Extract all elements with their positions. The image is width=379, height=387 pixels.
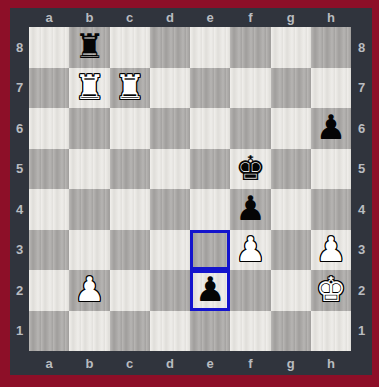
square-g8[interactable] (271, 27, 311, 68)
rank-label-6: 6 (10, 108, 29, 149)
square-g3[interactable] (271, 230, 311, 271)
file-label-f: f (230, 8, 270, 27)
square-a8[interactable] (29, 27, 69, 68)
file-label-c: c (110, 351, 150, 375)
square-h3[interactable]: ♟ (311, 230, 351, 271)
square-e2[interactable]: ♟ (190, 270, 230, 311)
rank-label-5: 5 (10, 149, 29, 190)
square-h6[interactable]: ♟ (311, 108, 351, 149)
black-pawn-e2[interactable]: ♟ (195, 272, 225, 306)
coord-corner (351, 351, 372, 375)
square-f8[interactable] (230, 27, 270, 68)
white-pawn-b2[interactable]: ♟ (74, 272, 104, 306)
rank-label-right-4: 4 (351, 189, 372, 230)
square-d3[interactable] (150, 230, 190, 271)
square-b3[interactable] (69, 230, 109, 271)
square-h4[interactable] (311, 189, 351, 230)
square-f7[interactable] (230, 68, 270, 109)
white-king-h2[interactable]: ♚ (316, 272, 346, 306)
square-g1[interactable] (271, 311, 311, 352)
rank-label-4: 4 (10, 189, 29, 230)
rank-label-right-7: 7 (351, 68, 372, 109)
square-e8[interactable] (190, 27, 230, 68)
square-d1[interactable] (150, 311, 190, 352)
square-h7[interactable] (311, 68, 351, 109)
file-label-f: f (230, 351, 270, 375)
white-rook-c7[interactable]: ♜ (114, 70, 144, 104)
file-label-g: g (271, 351, 311, 375)
square-a5[interactable] (29, 149, 69, 190)
square-e5[interactable] (190, 149, 230, 190)
square-a2[interactable] (29, 270, 69, 311)
square-b2[interactable]: ♟ (69, 270, 109, 311)
square-c8[interactable] (110, 27, 150, 68)
square-d5[interactable] (150, 149, 190, 190)
square-g4[interactable] (271, 189, 311, 230)
square-d7[interactable] (150, 68, 190, 109)
white-pawn-h3[interactable]: ♟ (316, 232, 346, 266)
file-label-g: g (271, 8, 311, 27)
file-label-a: a (29, 8, 69, 27)
square-c6[interactable] (110, 108, 150, 149)
square-g5[interactable] (271, 149, 311, 190)
file-label-e: e (190, 351, 230, 375)
square-h1[interactable] (311, 311, 351, 352)
square-b1[interactable] (69, 311, 109, 352)
square-a4[interactable] (29, 189, 69, 230)
white-rook-b7[interactable]: ♜ (74, 70, 104, 104)
square-c7[interactable]: ♜ (110, 68, 150, 109)
square-b4[interactable] (69, 189, 109, 230)
square-g6[interactable] (271, 108, 311, 149)
rank-label-8: 8 (10, 27, 29, 68)
black-rook-b8[interactable]: ♜ (74, 29, 104, 63)
square-d6[interactable] (150, 108, 190, 149)
file-label-h: h (311, 351, 351, 375)
rank-label-right-5: 5 (351, 149, 372, 190)
black-king-f5[interactable]: ♚ (235, 151, 265, 185)
rank-label-1: 1 (10, 311, 29, 352)
rank-label-right-6: 6 (351, 108, 372, 149)
square-b5[interactable] (69, 149, 109, 190)
chess-board: abcdefgh8♜87♜♜76♟65♚54♟43♟♟32♟♟♚211abcde… (10, 8, 372, 375)
rank-label-3: 3 (10, 230, 29, 271)
square-h5[interactable] (311, 149, 351, 190)
rank-label-right-3: 3 (351, 230, 372, 271)
file-label-a: a (29, 351, 69, 375)
square-c3[interactable] (110, 230, 150, 271)
coord-corner (10, 8, 29, 27)
file-label-d: d (150, 8, 190, 27)
square-f6[interactable] (230, 108, 270, 149)
square-a6[interactable] (29, 108, 69, 149)
black-pawn-h6[interactable]: ♟ (316, 110, 346, 144)
file-label-d: d (150, 351, 190, 375)
square-a7[interactable] (29, 68, 69, 109)
white-pawn-f3[interactable]: ♟ (235, 232, 265, 266)
square-c5[interactable] (110, 149, 150, 190)
square-e4[interactable] (190, 189, 230, 230)
rank-label-right-8: 8 (351, 27, 372, 68)
square-a3[interactable] (29, 230, 69, 271)
square-h2[interactable]: ♚ (311, 270, 351, 311)
coord-corner (10, 351, 29, 375)
file-label-h: h (311, 8, 351, 27)
square-c4[interactable] (110, 189, 150, 230)
rank-label-2: 2 (10, 270, 29, 311)
square-e1[interactable] (190, 311, 230, 352)
square-b8[interactable]: ♜ (69, 27, 109, 68)
square-c1[interactable] (110, 311, 150, 352)
coord-corner (351, 8, 372, 27)
square-f4[interactable]: ♟ (230, 189, 270, 230)
square-f1[interactable] (230, 311, 270, 352)
square-f2[interactable] (230, 270, 270, 311)
square-a1[interactable] (29, 311, 69, 352)
file-label-b: b (69, 351, 109, 375)
square-c2[interactable] (110, 270, 150, 311)
square-d4[interactable] (150, 189, 190, 230)
board-frame: abcdefgh8♜87♜♜76♟65♚54♟43♟♟32♟♟♚211abcde… (0, 0, 379, 387)
file-label-e: e (190, 8, 230, 27)
square-e3[interactable] (190, 230, 230, 271)
square-e7[interactable] (190, 68, 230, 109)
rank-label-right-1: 1 (351, 311, 372, 352)
square-d2[interactable] (150, 270, 190, 311)
square-b7[interactable]: ♜ (69, 68, 109, 109)
file-label-c: c (110, 8, 150, 27)
square-d8[interactable] (150, 27, 190, 68)
square-g2[interactable] (271, 270, 311, 311)
square-g7[interactable] (271, 68, 311, 109)
black-pawn-f4[interactable]: ♟ (235, 191, 265, 225)
square-e6[interactable] (190, 108, 230, 149)
square-f5[interactable]: ♚ (230, 149, 270, 190)
square-f3[interactable]: ♟ (230, 230, 270, 271)
rank-label-7: 7 (10, 68, 29, 109)
square-h8[interactable] (311, 27, 351, 68)
square-b6[interactable] (69, 108, 109, 149)
file-label-b: b (69, 8, 109, 27)
rank-label-right-2: 2 (351, 270, 372, 311)
